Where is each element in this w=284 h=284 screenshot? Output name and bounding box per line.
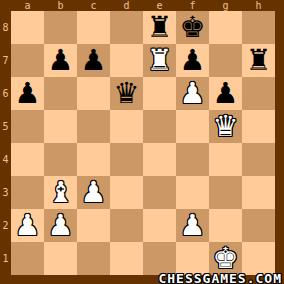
square-a6: ♟: [11, 77, 44, 110]
square-d2: [110, 209, 143, 242]
square-h3: [242, 176, 275, 209]
square-a5: [11, 110, 44, 143]
chess-diagram: abcdefgh 87654321 ♜♚♟♟♜♟♜♟♛♟♟♛♝♟♟♟♟♚ CHE…: [0, 0, 284, 284]
piece-white-pawn: ♟: [48, 209, 74, 242]
chess-board: ♜♚♟♟♜♟♜♟♛♟♟♛♝♟♟♟♟♚: [11, 11, 275, 275]
square-d5: [110, 110, 143, 143]
piece-white-pawn: ♟: [180, 77, 206, 110]
square-f8: ♚: [176, 11, 209, 44]
square-h8: [242, 11, 275, 44]
piece-black-pawn: ♟: [180, 44, 206, 77]
square-g6: ♟: [209, 77, 242, 110]
piece-white-pawn: ♟: [15, 209, 41, 242]
square-c6: [77, 77, 110, 110]
square-d4: [110, 143, 143, 176]
square-b7: ♟: [44, 44, 77, 77]
square-d1: [110, 242, 143, 275]
rank-label-4: 4: [0, 143, 11, 176]
piece-black-pawn: ♟: [48, 44, 74, 77]
square-f4: [176, 143, 209, 176]
square-f2: ♟: [176, 209, 209, 242]
piece-white-queen: ♛: [213, 110, 239, 143]
file-label-h: h: [242, 0, 275, 11]
square-g3: [209, 176, 242, 209]
square-h7: ♜: [242, 44, 275, 77]
square-d3: [110, 176, 143, 209]
piece-black-queen: ♛: [114, 77, 140, 110]
rank-label-8: 8: [0, 11, 11, 44]
square-f6: ♟: [176, 77, 209, 110]
square-c8: [77, 11, 110, 44]
square-g8: [209, 11, 242, 44]
piece-black-rook: ♜: [147, 11, 173, 44]
rank-label-3: 3: [0, 176, 11, 209]
square-c5: [77, 110, 110, 143]
rank-labels: 87654321: [0, 11, 11, 275]
piece-white-pawn: ♟: [81, 176, 107, 209]
piece-white-pawn: ♟: [180, 209, 206, 242]
piece-white-bishop: ♝: [48, 176, 74, 209]
rank-label-5: 5: [0, 110, 11, 143]
square-a7: [11, 44, 44, 77]
rank-label-2: 2: [0, 209, 11, 242]
square-e4: [143, 143, 176, 176]
square-d8: [110, 11, 143, 44]
square-g7: [209, 44, 242, 77]
square-b2: ♟: [44, 209, 77, 242]
square-d6: ♛: [110, 77, 143, 110]
rank-label-7: 7: [0, 44, 11, 77]
square-e7: ♜: [143, 44, 176, 77]
square-e3: [143, 176, 176, 209]
square-f3: [176, 176, 209, 209]
square-h4: [242, 143, 275, 176]
file-labels: abcdefgh: [11, 0, 275, 11]
piece-black-pawn: ♟: [213, 77, 239, 110]
square-a8: [11, 11, 44, 44]
square-e8: ♜: [143, 11, 176, 44]
square-c1: [77, 242, 110, 275]
square-f7: ♟: [176, 44, 209, 77]
square-f5: [176, 110, 209, 143]
square-c7: ♟: [77, 44, 110, 77]
square-c2: [77, 209, 110, 242]
square-a1: [11, 242, 44, 275]
file-label-b: b: [44, 0, 77, 11]
square-a2: ♟: [11, 209, 44, 242]
square-c3: ♟: [77, 176, 110, 209]
square-b8: [44, 11, 77, 44]
square-e5: [143, 110, 176, 143]
square-b4: [44, 143, 77, 176]
square-h6: [242, 77, 275, 110]
square-b5: [44, 110, 77, 143]
square-e6: [143, 77, 176, 110]
square-b1: [44, 242, 77, 275]
piece-black-pawn: ♟: [81, 44, 107, 77]
piece-black-rook: ♜: [246, 44, 272, 77]
square-g4: [209, 143, 242, 176]
file-label-a: a: [11, 0, 44, 11]
rank-label-1: 1: [0, 242, 11, 275]
square-d7: [110, 44, 143, 77]
square-a4: [11, 143, 44, 176]
square-h2: [242, 209, 275, 242]
piece-black-king: ♚: [180, 11, 206, 44]
chessgames-watermark: CHESSGAMES.COM: [158, 273, 282, 284]
square-g5: ♛: [209, 110, 242, 143]
square-h5: [242, 110, 275, 143]
square-e2: [143, 209, 176, 242]
file-label-d: d: [110, 0, 143, 11]
square-g2: [209, 209, 242, 242]
square-b6: [44, 77, 77, 110]
square-a3: [11, 176, 44, 209]
piece-black-pawn: ♟: [15, 77, 41, 110]
rank-label-6: 6: [0, 77, 11, 110]
square-c4: [77, 143, 110, 176]
piece-white-rook: ♜: [147, 44, 173, 77]
file-label-g: g: [209, 0, 242, 11]
file-label-c: c: [77, 0, 110, 11]
square-b3: ♝: [44, 176, 77, 209]
